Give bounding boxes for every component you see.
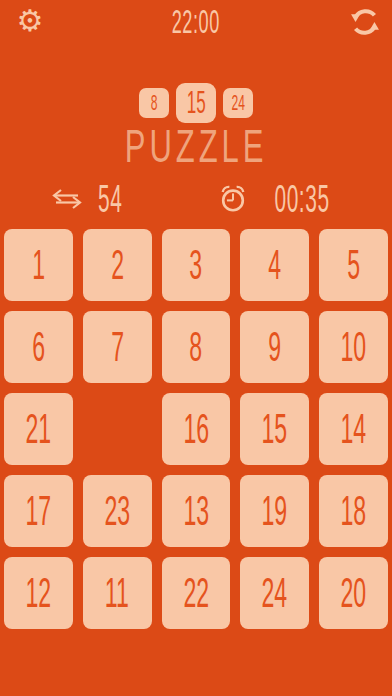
settings-button[interactable]: ⚙ (10, 1, 50, 41)
tile-19[interactable]: 19 (240, 475, 309, 547)
tile-number: 17 (26, 487, 52, 535)
tile-number: 18 (341, 487, 367, 535)
tile-8[interactable]: 8 (162, 311, 231, 383)
tile-number: 10 (341, 323, 367, 371)
tile-18[interactable]: 18 (319, 475, 388, 547)
moves-value: 54 (98, 181, 122, 217)
tile-number: 22 (183, 569, 209, 617)
clock-time: 22:00 (172, 0, 220, 44)
tile-7[interactable]: 7 (83, 311, 152, 383)
tile-14[interactable]: 14 (319, 393, 388, 465)
tile-13[interactable]: 13 (162, 475, 231, 547)
page-title: PUZZLE (125, 118, 268, 173)
tile-number: 16 (183, 405, 209, 453)
tile-number: 14 (341, 405, 367, 453)
tile-16[interactable]: 16 (162, 393, 231, 465)
gear-icon: ⚙ (17, 6, 44, 36)
tile-24[interactable]: 24 (240, 557, 309, 629)
mode-24-badge[interactable]: 24 (223, 88, 253, 118)
tile-number: 4 (268, 241, 281, 289)
tile-number: 19 (262, 487, 288, 535)
tile-number: 8 (190, 323, 203, 371)
tile-number: 5 (347, 241, 360, 289)
tile-2[interactable]: 2 (83, 229, 152, 301)
tile-number: 13 (183, 487, 209, 535)
tile-9[interactable]: 9 (240, 311, 309, 383)
mode-15-label: 15 (187, 85, 206, 121)
tile-number: 1 (32, 241, 45, 289)
timer: 00:35 (219, 181, 352, 217)
tile-12[interactable]: 12 (4, 557, 73, 629)
refresh-icon (347, 4, 383, 40)
tile-17[interactable]: 17 (4, 475, 73, 547)
tile-3[interactable]: 3 (162, 229, 231, 301)
tile-number: 15 (262, 405, 288, 453)
tile-number: 11 (105, 569, 129, 617)
tile-number: 6 (32, 323, 45, 371)
tile-10[interactable]: 10 (319, 311, 388, 383)
tile-5[interactable]: 5 (319, 229, 388, 301)
tile-number: 20 (341, 569, 367, 617)
mode-8-badge[interactable]: 8 (139, 88, 169, 118)
alarm-clock-icon (219, 184, 247, 214)
mode-8-label: 8 (151, 90, 158, 116)
tile-number: 23 (104, 487, 130, 535)
tile-number: 3 (190, 241, 203, 289)
tile-1[interactable]: 1 (4, 229, 73, 301)
tile-11[interactable]: 11 (83, 557, 152, 629)
tile-15[interactable]: 15 (240, 393, 309, 465)
app-screen: ⚙ 22:00 8 15 24 (0, 0, 392, 696)
tile-6[interactable]: 6 (4, 311, 73, 383)
tile-number: 2 (111, 241, 124, 289)
tile-number: 12 (26, 569, 52, 617)
tile-23[interactable]: 23 (83, 475, 152, 547)
tile-number: 9 (268, 323, 281, 371)
restart-button[interactable] (346, 3, 384, 41)
empty-cell (83, 393, 152, 465)
mode-24-label: 24 (231, 90, 244, 116)
timer-value: 00:35 (274, 181, 329, 217)
tile-20[interactable]: 20 (319, 557, 388, 629)
top-bar: ⚙ 22:00 (0, 0, 392, 44)
tile-number: 7 (111, 323, 124, 371)
tile-21[interactable]: 21 (4, 393, 73, 465)
stats-row: 54 00:35 (0, 181, 392, 217)
title-row: PUZZLE (0, 124, 392, 166)
tile-number: 24 (262, 569, 288, 617)
tile-4[interactable]: 4 (240, 229, 309, 301)
moves-counter: 54 (50, 181, 132, 217)
swap-arrows-icon (50, 189, 84, 209)
tile-number: 21 (26, 405, 52, 453)
board-grid: 123456789102116151417231319181211222420 (4, 229, 388, 629)
tile-22[interactable]: 22 (162, 557, 231, 629)
